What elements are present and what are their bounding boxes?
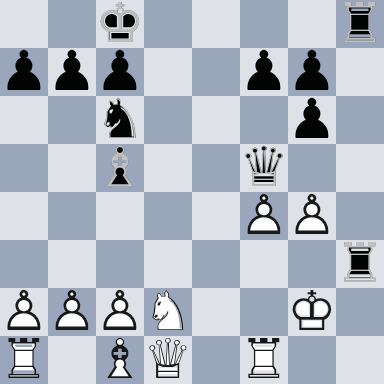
white-pawn[interactable]: ♟♙: [240, 192, 288, 240]
square-e2[interactable]: [192, 288, 240, 336]
square-h5[interactable]: [336, 144, 384, 192]
square-e4[interactable]: [192, 192, 240, 240]
square-b2[interactable]: ♟♙: [48, 288, 96, 336]
black-pawn[interactable]: ♟♙: [48, 48, 96, 96]
piece-outline-glyph: ♙: [288, 191, 336, 239]
white-bishop[interactable]: ♝♗: [96, 336, 144, 384]
square-h7[interactable]: [336, 48, 384, 96]
square-g2[interactable]: ♚♔: [288, 288, 336, 336]
piece-outline-glyph: ♖: [336, 0, 384, 47]
square-f7[interactable]: ♟♙: [240, 48, 288, 96]
square-e5[interactable]: [192, 144, 240, 192]
piece-outline-glyph: ♕: [144, 335, 192, 383]
piece-fill-glyph: ♟: [48, 47, 96, 95]
square-c4[interactable]: [96, 192, 144, 240]
piece-outline-glyph: ♙: [48, 287, 96, 335]
white-king[interactable]: ♚♔: [288, 288, 336, 336]
piece-outline-glyph: ♖: [240, 335, 288, 383]
square-g1[interactable]: [288, 336, 336, 384]
square-e3[interactable]: [192, 240, 240, 288]
square-b7[interactable]: ♟♙: [48, 48, 96, 96]
square-e7[interactable]: [192, 48, 240, 96]
piece-fill-glyph: ♟: [288, 95, 336, 143]
square-d5[interactable]: [144, 144, 192, 192]
chess-board: ♚♔♜♖♟♙♟♙♟♙♟♙♟♙♞♘♟♙♝♗♛♕♟♙♟♙♜♖♟♙♟♙♟♙♞♘♚♔♜♖…: [0, 0, 384, 384]
piece-outline-glyph: ♙: [240, 191, 288, 239]
square-c5[interactable]: ♝♗: [96, 144, 144, 192]
white-rook[interactable]: ♜♖: [0, 336, 48, 384]
square-e1[interactable]: [192, 336, 240, 384]
square-d1[interactable]: ♛♕: [144, 336, 192, 384]
black-rook[interactable]: ♜♖: [336, 0, 384, 48]
square-b1[interactable]: [48, 336, 96, 384]
piece-fill-glyph: ♟: [0, 47, 48, 95]
piece-outline-glyph: ♗: [96, 143, 144, 191]
square-h8[interactable]: ♜♖: [336, 0, 384, 48]
square-a4[interactable]: [0, 192, 48, 240]
square-a6[interactable]: [0, 96, 48, 144]
piece-fill-glyph: ♟: [240, 47, 288, 95]
square-h2[interactable]: [336, 288, 384, 336]
square-h3[interactable]: ♜♖: [336, 240, 384, 288]
square-f1[interactable]: ♜♖: [240, 336, 288, 384]
square-e8[interactable]: [192, 0, 240, 48]
square-g4[interactable]: ♟♙: [288, 192, 336, 240]
square-h6[interactable]: [336, 96, 384, 144]
square-b6[interactable]: [48, 96, 96, 144]
piece-outline-glyph: ♖: [336, 239, 384, 287]
black-rook[interactable]: ♜♖: [336, 240, 384, 288]
square-b5[interactable]: [48, 144, 96, 192]
white-pawn[interactable]: ♟♙: [48, 288, 96, 336]
black-bishop[interactable]: ♝♗: [96, 144, 144, 192]
square-a1[interactable]: ♜♖: [0, 336, 48, 384]
black-pawn[interactable]: ♟♙: [288, 96, 336, 144]
square-a5[interactable]: [0, 144, 48, 192]
square-d8[interactable]: [144, 0, 192, 48]
piece-outline-glyph: ♗: [96, 335, 144, 383]
piece-outline-glyph: ♔: [288, 287, 336, 335]
square-f3[interactable]: [240, 240, 288, 288]
square-c1[interactable]: ♝♗: [96, 336, 144, 384]
chess-board-container: ♚♔♜♖♟♙♟♙♟♙♟♙♟♙♞♘♟♙♝♗♛♕♟♙♟♙♜♖♟♙♟♙♟♙♞♘♚♔♜♖…: [0, 0, 384, 384]
black-pawn[interactable]: ♟♙: [240, 48, 288, 96]
square-d7[interactable]: [144, 48, 192, 96]
square-g6[interactable]: ♟♙: [288, 96, 336, 144]
white-pawn[interactable]: ♟♙: [288, 192, 336, 240]
square-d4[interactable]: [144, 192, 192, 240]
square-f4[interactable]: ♟♙: [240, 192, 288, 240]
square-d6[interactable]: [144, 96, 192, 144]
square-e6[interactable]: [192, 96, 240, 144]
black-pawn[interactable]: ♟♙: [0, 48, 48, 96]
square-b4[interactable]: [48, 192, 96, 240]
square-a7[interactable]: ♟♙: [0, 48, 48, 96]
square-h1[interactable]: [336, 336, 384, 384]
white-queen[interactable]: ♛♕: [144, 336, 192, 384]
piece-outline-glyph: ♖: [0, 335, 48, 383]
white-rook[interactable]: ♜♖: [240, 336, 288, 384]
